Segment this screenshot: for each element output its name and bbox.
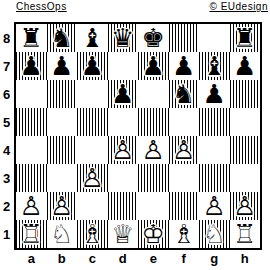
square-d5[interactable]	[108, 108, 139, 136]
white-pawn: ♟♙	[199, 192, 230, 220]
file-label-b: b	[47, 250, 78, 266]
piece-glyph: ♙	[50, 193, 73, 219]
white-pawn: ♟♙	[138, 136, 169, 164]
file-label-g: g	[199, 250, 230, 266]
square-d3[interactable]	[108, 164, 139, 192]
piece-glyph: ♖	[233, 221, 256, 247]
rank-label-8: 8	[0, 24, 13, 52]
black-pawn: ♟♟	[47, 52, 78, 80]
piece-glyph: ♜	[233, 25, 256, 51]
square-c6[interactable]	[77, 80, 108, 108]
piece-glyph: ♙	[81, 165, 104, 191]
file-label-f: f	[169, 250, 200, 266]
square-c4[interactable]	[77, 136, 108, 164]
white-pawn: ♟♙	[230, 192, 261, 220]
piece-glyph: ♞	[172, 81, 195, 107]
chess-board[interactable]: ♜♜♞♞♝♝♛♛♚♚♜♜♟♟♟♟♟♟♟♟♟♟♝♝♟♟♟♟♞♞♟♟♟♙♟♙♟♙♟♙…	[14, 22, 262, 250]
square-c1[interactable]: ♝♗	[77, 220, 108, 248]
square-f6[interactable]: ♞♞	[169, 80, 200, 108]
black-rook: ♜♜	[16, 24, 47, 52]
square-f5[interactable]	[169, 108, 200, 136]
app-title: ChessOps	[16, 1, 67, 12]
square-e6[interactable]	[138, 80, 169, 108]
white-pawn: ♟♙	[169, 136, 200, 164]
square-g5[interactable]	[199, 108, 230, 136]
square-h3[interactable]	[230, 164, 261, 192]
rank-label-5: 5	[0, 108, 13, 136]
black-pawn: ♟♟	[16, 52, 47, 80]
square-a8[interactable]: ♜♜	[16, 24, 47, 52]
rank-labels: 87654321	[0, 24, 13, 248]
white-bishop: ♝♗	[77, 220, 108, 248]
rank-label-6: 6	[0, 80, 13, 108]
piece-glyph: ♝	[81, 25, 104, 51]
piece-glyph: ♙	[142, 137, 165, 163]
black-bishop: ♝♝	[77, 24, 108, 52]
black-pawn: ♟♟	[169, 52, 200, 80]
white-pawn: ♟♙	[108, 136, 139, 164]
square-f2[interactable]	[169, 192, 200, 220]
square-c5[interactable]	[77, 108, 108, 136]
square-a1[interactable]: ♜♖	[16, 220, 47, 248]
square-e4[interactable]: ♟♙	[138, 136, 169, 164]
square-c3[interactable]: ♟♙	[77, 164, 108, 192]
square-d2[interactable]	[108, 192, 139, 220]
square-b2[interactable]: ♟♙	[47, 192, 78, 220]
square-b6[interactable]	[47, 80, 78, 108]
square-b1[interactable]: ♞♘	[47, 220, 78, 248]
square-g6[interactable]: ♟♟	[199, 80, 230, 108]
piece-glyph: ♙	[111, 137, 134, 163]
square-a7[interactable]: ♟♟	[16, 52, 47, 80]
square-g2[interactable]: ♟♙	[199, 192, 230, 220]
square-h4[interactable]	[230, 136, 261, 164]
piece-glyph: ♕	[111, 221, 134, 247]
black-pawn: ♟♟	[230, 52, 261, 80]
square-a2[interactable]: ♟♙	[16, 192, 47, 220]
piece-glyph: ♟	[81, 53, 104, 79]
piece-glyph: ♘	[203, 221, 226, 247]
white-rook: ♜♖	[230, 220, 261, 248]
square-c7[interactable]: ♟♟	[77, 52, 108, 80]
piece-glyph: ♟	[203, 81, 226, 107]
square-h2[interactable]: ♟♙	[230, 192, 261, 220]
rank-label-7: 7	[0, 52, 13, 80]
square-d8[interactable]: ♛♛	[108, 24, 139, 52]
piece-glyph: ♙	[20, 193, 43, 219]
square-a5[interactable]	[16, 108, 47, 136]
white-pawn: ♟♙	[77, 164, 108, 192]
black-pawn: ♟♟	[199, 80, 230, 108]
square-f3[interactable]	[169, 164, 200, 192]
piece-glyph: ♟	[20, 53, 43, 79]
piece-glyph: ♘	[50, 221, 73, 247]
square-e2[interactable]	[138, 192, 169, 220]
square-g1[interactable]: ♞♘	[199, 220, 230, 248]
square-d4[interactable]: ♟♙	[108, 136, 139, 164]
square-h7[interactable]: ♟♟	[230, 52, 261, 80]
black-pawn: ♟♟	[77, 52, 108, 80]
rank-label-4: 4	[0, 136, 13, 164]
white-bishop: ♝♗	[169, 220, 200, 248]
file-label-c: c	[77, 250, 108, 266]
square-b4[interactable]	[47, 136, 78, 164]
piece-glyph: ♗	[81, 221, 104, 247]
piece-glyph: ♝	[203, 53, 226, 79]
piece-glyph: ♟	[233, 53, 256, 79]
square-c2[interactable]	[77, 192, 108, 220]
black-bishop: ♝♝	[199, 52, 230, 80]
file-labels: abcdefgh	[16, 250, 260, 266]
white-pawn: ♟♙	[47, 192, 78, 220]
square-e7[interactable]: ♟♟	[138, 52, 169, 80]
rank-label-3: 3	[0, 164, 13, 192]
piece-glyph: ♟	[172, 53, 195, 79]
square-h6[interactable]	[230, 80, 261, 108]
piece-glyph: ♖	[20, 221, 43, 247]
copyright-credit: © EUdesign	[209, 1, 268, 12]
square-g4[interactable]	[199, 136, 230, 164]
white-king: ♚♔	[138, 220, 169, 248]
piece-glyph: ♙	[203, 193, 226, 219]
square-c8[interactable]: ♝♝	[77, 24, 108, 52]
piece-glyph: ♜	[20, 25, 43, 51]
piece-glyph: ♞	[50, 25, 73, 51]
file-label-h: h	[230, 250, 261, 266]
white-knight: ♞♘	[199, 220, 230, 248]
piece-glyph: ♔	[142, 221, 165, 247]
file-label-a: a	[16, 250, 47, 266]
black-pawn: ♟♟	[108, 80, 139, 108]
square-h5[interactable]	[230, 108, 261, 136]
black-queen: ♛♛	[108, 24, 139, 52]
square-d1[interactable]: ♛♕	[108, 220, 139, 248]
white-queen: ♛♕	[108, 220, 139, 248]
file-label-e: e	[138, 250, 169, 266]
square-g3[interactable]	[199, 164, 230, 192]
square-e3[interactable]	[138, 164, 169, 192]
square-h1[interactable]: ♜♖	[230, 220, 261, 248]
square-f4[interactable]: ♟♙	[169, 136, 200, 164]
square-g7[interactable]: ♝♝	[199, 52, 230, 80]
black-rook: ♜♜	[230, 24, 261, 52]
piece-glyph: ♙	[233, 193, 256, 219]
square-a4[interactable]	[16, 136, 47, 164]
square-b5[interactable]	[47, 108, 78, 136]
square-f8[interactable]	[169, 24, 200, 52]
square-e5[interactable]	[138, 108, 169, 136]
black-king: ♚♚	[138, 24, 169, 52]
file-label-d: d	[108, 250, 139, 266]
piece-glyph: ♟	[50, 53, 73, 79]
black-pawn: ♟♟	[138, 52, 169, 80]
square-b7[interactable]: ♟♟	[47, 52, 78, 80]
piece-glyph: ♙	[172, 137, 195, 163]
square-b8[interactable]: ♞♞	[47, 24, 78, 52]
square-d7[interactable]	[108, 52, 139, 80]
square-a3[interactable]	[16, 164, 47, 192]
piece-glyph: ♟	[111, 81, 134, 107]
square-d6[interactable]: ♟♟	[108, 80, 139, 108]
square-f1[interactable]: ♝♗	[169, 220, 200, 248]
black-knight: ♞♞	[169, 80, 200, 108]
square-e1[interactable]: ♚♔	[138, 220, 169, 248]
white-pawn: ♟♙	[16, 192, 47, 220]
rank-label-1: 1	[0, 220, 13, 248]
piece-glyph: ♟	[142, 53, 165, 79]
chessops-window: ChessOps © EUdesign 87654321 ♜♜♞♞♝♝♛♛♚♚♜…	[0, 0, 270, 270]
piece-glyph: ♗	[172, 221, 195, 247]
square-g8[interactable]	[199, 24, 230, 52]
piece-glyph: ♚	[142, 25, 165, 51]
white-rook: ♜♖	[16, 220, 47, 248]
square-e8[interactable]: ♚♚	[138, 24, 169, 52]
square-a6[interactable]	[16, 80, 47, 108]
white-knight: ♞♘	[47, 220, 78, 248]
piece-glyph: ♛	[111, 25, 134, 51]
black-knight: ♞♞	[47, 24, 78, 52]
square-h8[interactable]: ♜♜	[230, 24, 261, 52]
square-f7[interactable]: ♟♟	[169, 52, 200, 80]
square-b3[interactable]	[47, 164, 78, 192]
rank-label-2: 2	[0, 192, 13, 220]
